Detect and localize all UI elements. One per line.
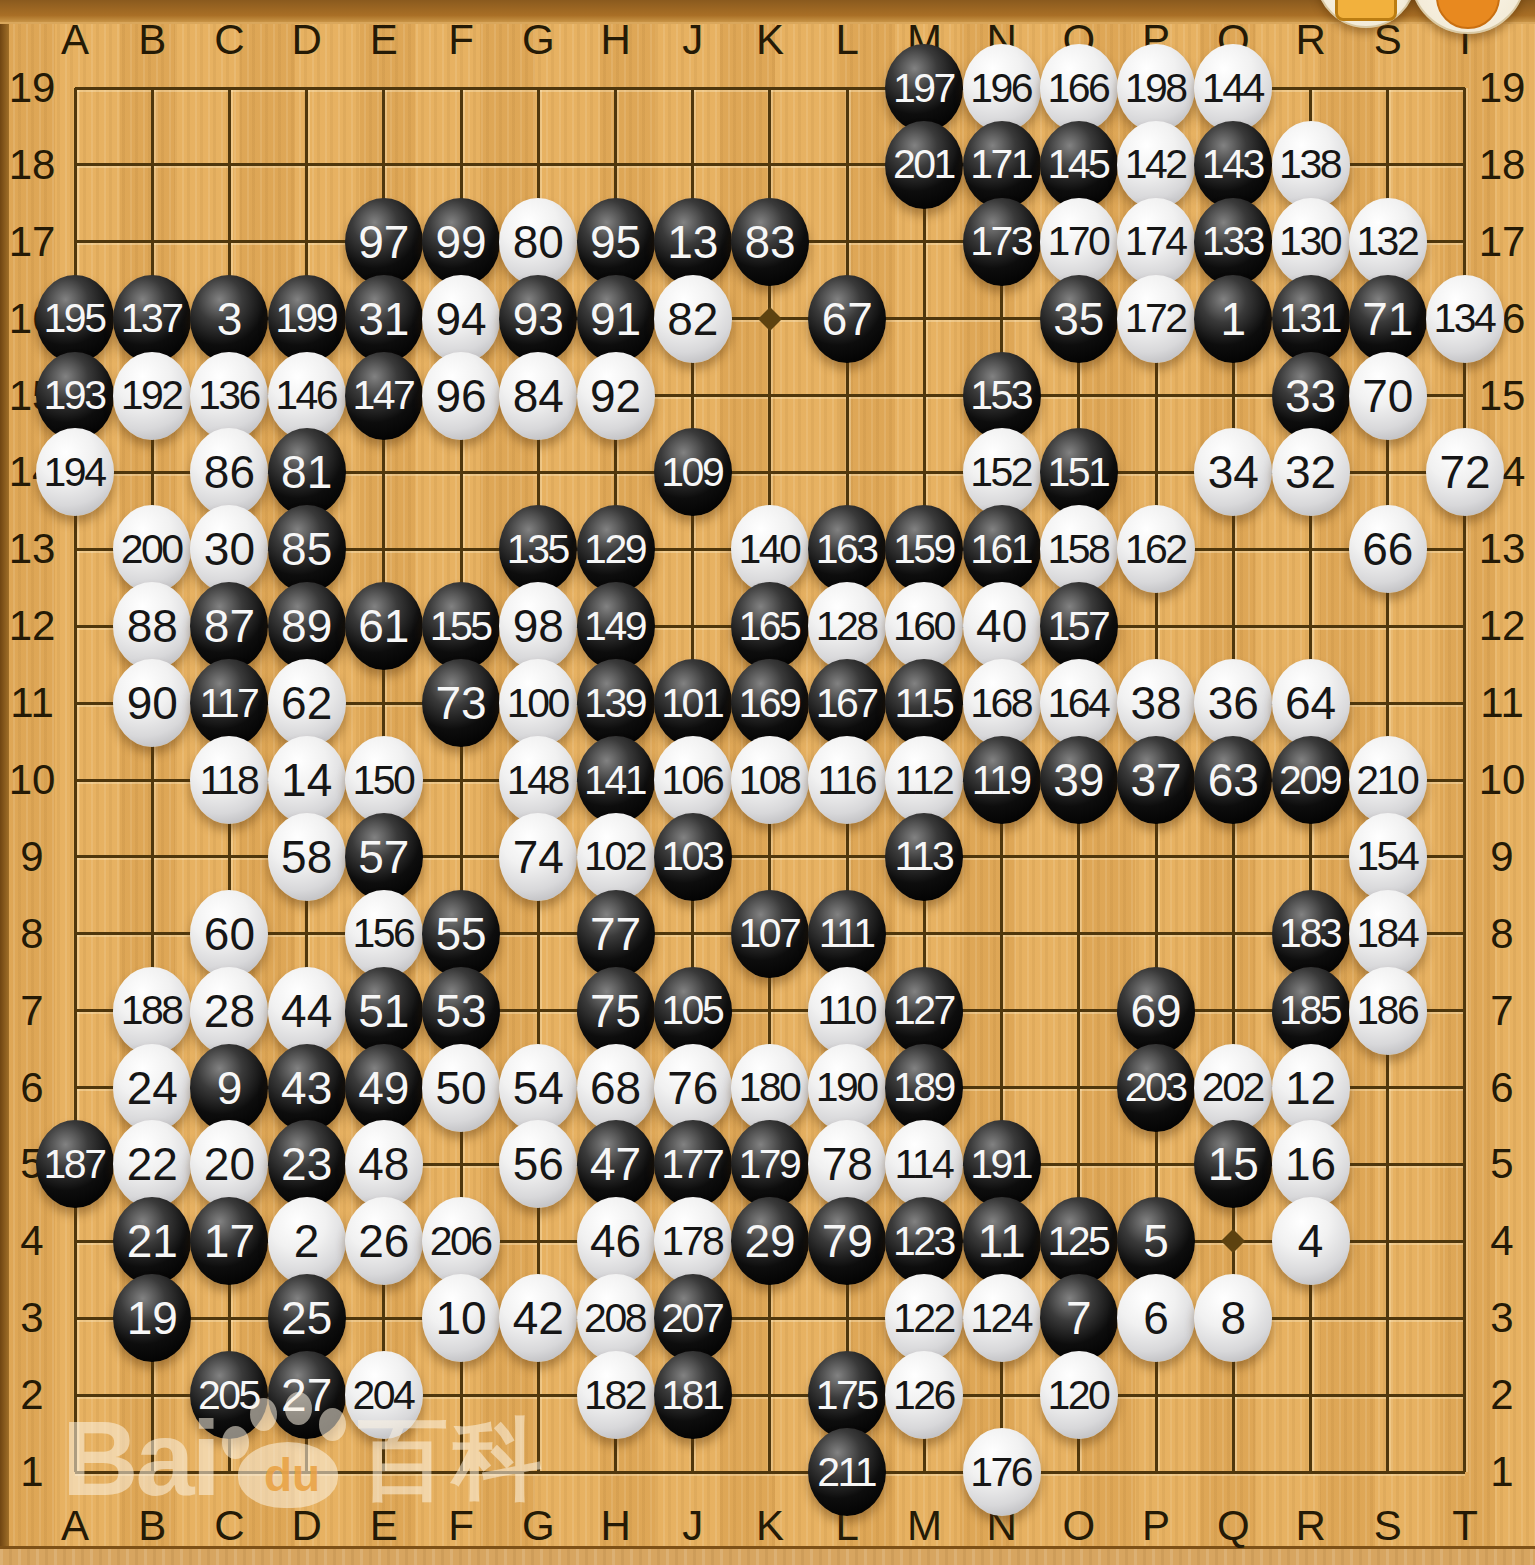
white-stone: 180 [731,1044,809,1132]
move-number: 15 [1208,1141,1259,1187]
grid-bevel [75,1474,1465,1476]
move-number: 57 [358,834,409,880]
white-stone: 50 [422,1044,500,1132]
black-stone: 97 [345,198,423,286]
black-stone: 207 [654,1274,732,1362]
white-stone: 16 [1272,1120,1350,1208]
white-stone: 118 [190,736,268,824]
move-number: 206 [430,1221,491,1262]
move-number: 13 [667,219,718,265]
move-number: 93 [513,296,564,342]
white-stone: 94 [422,275,500,363]
black-stone: 101 [654,659,732,747]
white-stone: 64 [1272,659,1350,747]
move-number: 71 [1362,296,1413,342]
white-stone: 4 [1272,1197,1350,1285]
white-stone: 124 [963,1274,1041,1362]
move-number: 78 [822,1141,873,1187]
move-number: 159 [893,529,954,570]
white-stone: 136 [190,352,268,440]
black-stone: 17 [190,1197,268,1285]
move-number: 39 [1053,757,1104,803]
white-stone: 156 [345,890,423,978]
white-stone: 102 [577,813,655,901]
white-stone: 184 [1349,890,1427,978]
move-number: 117 [200,683,258,724]
move-number: 143 [1202,144,1263,185]
white-stone: 110 [808,967,886,1055]
white-stone: 144 [1194,44,1272,132]
move-number: 130 [1279,221,1340,262]
row-label-left: 13 [9,525,56,573]
move-number: 209 [1279,760,1340,801]
row-label-left: 12 [9,602,56,650]
white-stone: 12 [1272,1044,1350,1132]
black-stone: 75 [577,967,655,1055]
move-number: 127 [893,990,954,1031]
white-stone: 120 [1040,1351,1118,1439]
white-stone: 198 [1117,44,1195,132]
move-number: 75 [590,988,641,1034]
white-stone: 114 [885,1120,963,1208]
white-stone: 192 [113,352,191,440]
row-label-right: 17 [1479,218,1526,266]
move-number: 183 [1279,913,1340,954]
white-stone: 154 [1349,813,1427,901]
move-number: 81 [281,449,332,495]
white-stone: 60 [190,890,268,978]
white-stone: 48 [345,1120,423,1208]
move-number: 106 [661,760,722,801]
move-number: 137 [121,298,182,339]
white-stone: 134 [1426,275,1504,363]
move-number: 198 [1125,68,1186,109]
move-number: 113 [895,836,953,877]
column-label-bottom: K [756,1502,784,1550]
move-number: 210 [1356,760,1417,801]
white-stone: 82 [654,275,732,363]
move-number: 44 [281,988,332,1034]
move-number: 178 [661,1221,722,1262]
white-stone: 140 [731,505,809,593]
black-stone: 99 [422,198,500,286]
black-stone: 171 [963,121,1041,209]
move-number: 108 [739,760,800,801]
black-stone: 167 [808,659,886,747]
move-number: 188 [121,990,182,1031]
move-number: 28 [204,988,255,1034]
move-number: 9 [217,1065,243,1111]
move-number: 144 [1202,68,1263,109]
black-stone: 43 [268,1044,346,1132]
black-stone: 111 [808,890,886,978]
column-label-bottom: E [370,1502,398,1550]
move-number: 208 [584,1298,645,1339]
board-left-edge [0,22,9,1546]
white-stone: 54 [499,1044,577,1132]
move-number: 116 [817,760,875,801]
black-stone: 7 [1040,1274,1118,1362]
white-stone: 88 [113,582,191,670]
white-stone: 190 [808,1044,886,1132]
white-stone: 204 [345,1351,423,1439]
white-stone: 66 [1349,505,1427,593]
move-number: 38 [1131,680,1182,726]
black-stone: 105 [654,967,732,1055]
move-number: 122 [893,1298,954,1339]
move-number: 21 [127,1218,178,1264]
move-number: 165 [739,606,800,647]
move-number: 58 [281,834,332,880]
move-number: 103 [661,836,722,877]
move-number: 140 [739,529,800,570]
move-number: 109 [661,452,722,493]
black-stone: 175 [808,1351,886,1439]
move-number: 8 [1221,1295,1247,1341]
white-stone: 30 [190,505,268,593]
black-stone: 141 [577,736,655,824]
black-stone: 169 [731,659,809,747]
black-stone: 151 [1040,428,1118,516]
black-stone: 25 [268,1274,346,1362]
move-number: 36 [1208,680,1259,726]
black-stone: 19 [113,1274,191,1362]
column-label-bottom: B [138,1502,166,1550]
move-number: 115 [895,683,953,724]
move-number: 149 [584,606,645,647]
move-number: 68 [590,1065,641,1111]
move-number: 22 [127,1141,178,1187]
row-label-right: 12 [1479,602,1526,650]
move-number: 199 [275,298,336,339]
white-stone: 90 [113,659,191,747]
black-stone: 135 [499,505,577,593]
row-label-right: 6 [1490,1064,1513,1112]
move-number: 86 [204,449,255,495]
move-number: 2 [294,1218,320,1264]
black-stone: 39 [1040,736,1118,824]
white-stone: 162 [1117,505,1195,593]
white-stone: 170 [1040,198,1118,286]
black-stone: 201 [885,121,963,209]
black-stone: 127 [885,967,963,1055]
column-label-bottom: G [522,1502,555,1550]
white-stone: 146 [268,352,346,440]
move-number: 100 [507,683,568,724]
white-stone: 68 [577,1044,655,1132]
move-number: 76 [667,1065,718,1111]
row-label-right: 10 [1479,756,1526,804]
move-number: 172 [1125,298,1186,339]
black-stone: 209 [1272,736,1350,824]
column-label-bottom: H [600,1502,630,1550]
row-label-left: 11 [10,679,54,727]
black-stone: 85 [268,505,346,593]
move-number: 47 [590,1141,641,1187]
black-stone: 83 [731,198,809,286]
move-number: 19 [127,1295,178,1341]
move-number: 62 [281,680,332,726]
move-number: 170 [1047,221,1108,262]
move-number: 80 [513,219,564,265]
white-stone: 188 [113,967,191,1055]
column-label-bottom: P [1142,1502,1170,1550]
move-number: 72 [1439,449,1490,495]
move-number: 195 [44,298,105,339]
black-stone: 69 [1117,967,1195,1055]
move-number: 124 [970,1298,1031,1339]
move-number: 169 [739,683,800,724]
move-number: 158 [1047,529,1108,570]
move-number: 162 [1125,529,1186,570]
move-number: 126 [893,1375,954,1416]
move-number: 184 [1356,913,1417,954]
black-stone: 93 [499,275,577,363]
move-number: 186 [1356,990,1417,1031]
black-stone: 53 [422,967,500,1055]
black-stone: 147 [345,352,423,440]
move-number: 190 [816,1067,877,1108]
white-stone: 164 [1040,659,1118,747]
move-number: 26 [358,1218,409,1264]
move-number: 136 [198,375,259,416]
move-number: 61 [358,603,409,649]
move-number: 111 [819,913,874,954]
move-number: 67 [822,296,873,342]
move-number: 196 [970,68,1031,109]
column-label-bottom: R [1295,1502,1325,1550]
move-number: 46 [590,1218,641,1264]
move-number: 92 [590,373,641,419]
black-stone: 125 [1040,1197,1118,1285]
black-stone: 73 [422,659,500,747]
move-number: 5 [1143,1218,1169,1264]
move-number: 17 [204,1218,255,1264]
white-stone: 26 [345,1197,423,1285]
row-label-right: 2 [1490,1371,1513,1419]
black-stone: 139 [577,659,655,747]
black-stone: 11 [963,1197,1041,1285]
move-number: 119 [972,760,1030,801]
row-label-right: 3 [1490,1294,1513,1342]
white-stone: 84 [499,352,577,440]
move-number: 14 [281,757,332,803]
white-stone: 126 [885,1351,963,1439]
move-number: 27 [281,1372,332,1418]
white-stone: 32 [1272,428,1350,516]
move-number: 105 [661,990,722,1031]
black-stone: 91 [577,275,655,363]
move-number: 191 [970,1144,1031,1185]
move-number: 54 [513,1065,564,1111]
move-number: 146 [275,375,336,416]
black-stone: 13 [654,198,732,286]
move-number: 120 [1047,1375,1108,1416]
move-number: 163 [816,529,877,570]
go-app-screen: AABBCCDDEEFFGGHHJJKKLLMMNNOOPPQQRRSSTT19… [0,0,1535,1565]
black-stone: 67 [808,275,886,363]
black-stone: 27 [268,1351,346,1439]
move-number: 139 [584,683,645,724]
black-stone: 205 [190,1351,268,1439]
black-stone: 189 [885,1044,963,1132]
move-number: 110 [817,990,875,1031]
move-number: 3 [217,296,243,342]
move-number: 70 [1362,373,1413,419]
move-number: 112 [895,760,953,801]
row-label-right: 8 [1490,910,1513,958]
move-number: 193 [44,375,105,416]
move-number: 153 [970,375,1031,416]
black-stone: 199 [268,275,346,363]
top-right-button-2[interactable] [1410,0,1526,34]
move-number: 180 [739,1067,800,1108]
black-stone: 137 [113,275,191,363]
black-stone: 87 [190,582,268,670]
black-stone: 203 [1117,1044,1195,1132]
black-stone: 1 [1194,275,1272,363]
move-number: 53 [436,988,487,1034]
white-stone: 38 [1117,659,1195,747]
black-stone: 129 [577,505,655,593]
black-stone: 21 [113,1197,191,1285]
black-stone: 61 [345,582,423,670]
black-stone: 181 [654,1351,732,1439]
white-stone: 76 [654,1044,732,1132]
black-stone: 77 [577,890,655,978]
white-stone: 210 [1349,736,1427,824]
move-number: 94 [436,296,487,342]
white-stone: 138 [1272,121,1350,209]
white-stone: 200 [113,505,191,593]
move-number: 131 [1279,298,1340,339]
move-number: 138 [1279,144,1340,185]
move-number: 125 [1047,1221,1108,1262]
move-number: 171 [970,144,1031,185]
move-number: 73 [436,680,487,726]
move-number: 185 [1279,990,1340,1031]
white-stone: 172 [1117,275,1195,363]
move-number: 102 [584,836,645,877]
move-number: 161 [970,529,1031,570]
move-number: 74 [513,834,564,880]
white-stone: 6 [1117,1274,1195,1362]
move-number: 192 [121,375,182,416]
move-number: 179 [739,1144,800,1185]
black-stone: 149 [577,582,655,670]
move-number: 141 [584,760,645,801]
move-number: 99 [436,219,487,265]
column-label-bottom: O [1063,1502,1096,1550]
white-stone: 20 [190,1120,268,1208]
move-number: 200 [121,529,182,570]
move-number: 205 [198,1375,259,1416]
column-label-bottom: Q [1217,1502,1250,1550]
move-number: 24 [127,1065,178,1111]
black-stone: 79 [808,1197,886,1285]
move-number: 101 [661,683,722,724]
white-stone: 8 [1194,1274,1272,1362]
white-stone: 206 [422,1197,500,1285]
move-number: 132 [1356,221,1417,262]
move-number: 197 [893,68,954,109]
black-stone: 143 [1194,121,1272,209]
row-label-left: 10 [9,756,56,804]
move-number: 6 [1143,1295,1169,1341]
black-stone: 195 [36,275,114,363]
column-label-bottom: S [1374,1502,1402,1550]
black-stone: 191 [963,1120,1041,1208]
move-number: 147 [352,375,413,416]
white-stone: 2 [268,1197,346,1285]
move-number: 77 [590,911,641,957]
move-number: 203 [1125,1067,1186,1108]
move-number: 1 [1221,296,1247,342]
white-stone: 92 [577,352,655,440]
row-label-left: 17 [9,218,56,266]
black-stone: 157 [1040,582,1118,670]
move-number: 107 [739,913,800,954]
white-stone: 128 [808,582,886,670]
move-number: 69 [1131,988,1182,1034]
black-stone: 197 [885,44,963,132]
move-number: 87 [204,603,255,649]
white-stone: 182 [577,1351,655,1439]
black-stone: 51 [345,967,423,1055]
black-stone: 57 [345,813,423,901]
move-number: 151 [1047,452,1108,493]
white-stone: 28 [190,967,268,1055]
white-stone: 22 [113,1120,191,1208]
move-number: 207 [661,1298,722,1339]
column-label-bottom: J [682,1502,703,1550]
move-number: 91 [590,296,641,342]
white-stone: 166 [1040,44,1118,132]
row-label-left: 9 [20,833,43,881]
white-stone: 208 [577,1274,655,1362]
white-stone: 176 [963,1428,1041,1516]
move-number: 4 [1298,1218,1324,1264]
black-stone: 133 [1194,198,1272,286]
move-number: 55 [436,911,487,957]
move-number: 176 [970,1452,1031,1493]
move-number: 37 [1131,757,1182,803]
black-stone: 55 [422,890,500,978]
white-stone: 130 [1272,198,1350,286]
move-number: 152 [970,452,1031,493]
black-stone: 163 [808,505,886,593]
black-stone: 145 [1040,121,1118,209]
move-number: 128 [816,606,877,647]
white-stone: 14 [268,736,346,824]
move-number: 90 [127,680,178,726]
black-stone: 115 [885,659,963,747]
black-stone: 173 [963,198,1041,286]
white-stone: 56 [499,1120,577,1208]
white-stone: 74 [499,813,577,901]
black-stone: 131 [1272,275,1350,363]
move-number: 63 [1208,757,1259,803]
black-stone: 123 [885,1197,963,1285]
row-label-right: 9 [1490,833,1513,881]
black-stone: 109 [654,428,732,516]
black-stone: 117 [190,659,268,747]
move-number: 79 [822,1218,873,1264]
move-number: 89 [281,603,332,649]
black-stone: 71 [1349,275,1427,363]
move-number: 48 [358,1141,409,1187]
black-stone: 113 [885,813,963,901]
